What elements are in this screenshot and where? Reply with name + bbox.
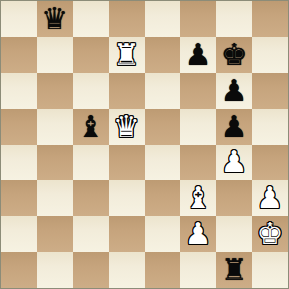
- square-b5[interactable]: [37, 109, 73, 145]
- piece-white-rook[interactable]: ♜: [113, 37, 140, 73]
- square-d2[interactable]: [109, 216, 145, 252]
- square-b4[interactable]: [37, 145, 73, 181]
- square-f6[interactable]: [180, 73, 216, 109]
- square-a4[interactable]: [1, 145, 37, 181]
- piece-white-pawn[interactable]: ♟: [257, 180, 284, 216]
- square-b6[interactable]: [37, 73, 73, 109]
- square-d1[interactable]: [109, 252, 145, 288]
- piece-white-pawn[interactable]: ♟: [221, 145, 248, 181]
- square-e6[interactable]: [145, 73, 181, 109]
- square-f8[interactable]: [180, 1, 216, 37]
- square-f5[interactable]: [180, 109, 216, 145]
- piece-white-king[interactable]: ♚: [257, 216, 284, 252]
- piece-black-pawn[interactable]: ♟: [221, 73, 248, 109]
- square-e7[interactable]: [145, 37, 181, 73]
- square-f4[interactable]: [180, 145, 216, 181]
- square-e1[interactable]: [145, 252, 181, 288]
- piece-black-king[interactable]: ♚: [221, 37, 248, 73]
- piece-black-pawn[interactable]: ♟: [185, 37, 212, 73]
- square-c3[interactable]: [73, 180, 109, 216]
- square-g8[interactable]: [216, 1, 252, 37]
- square-c8[interactable]: [73, 1, 109, 37]
- square-a5[interactable]: [1, 109, 37, 145]
- square-d6[interactable]: [109, 73, 145, 109]
- square-c2[interactable]: [73, 216, 109, 252]
- square-g7[interactable]: ♚: [216, 37, 252, 73]
- square-b7[interactable]: [37, 37, 73, 73]
- square-d4[interactable]: [109, 145, 145, 181]
- piece-white-queen[interactable]: ♛: [113, 109, 140, 145]
- piece-white-pawn[interactable]: ♟: [185, 216, 212, 252]
- square-e8[interactable]: [145, 1, 181, 37]
- square-c4[interactable]: [73, 145, 109, 181]
- square-e2[interactable]: [145, 216, 181, 252]
- square-h7[interactable]: [252, 37, 288, 73]
- square-g6[interactable]: ♟: [216, 73, 252, 109]
- square-c5[interactable]: ♝: [73, 109, 109, 145]
- square-a7[interactable]: [1, 37, 37, 73]
- piece-black-queen[interactable]: ♛: [41, 1, 68, 37]
- square-c7[interactable]: [73, 37, 109, 73]
- square-d7[interactable]: ♜: [109, 37, 145, 73]
- square-f2[interactable]: ♟: [180, 216, 216, 252]
- square-b8[interactable]: ♛: [37, 1, 73, 37]
- piece-black-pawn[interactable]: ♟: [221, 109, 248, 145]
- square-h4[interactable]: [252, 145, 288, 181]
- square-h1[interactable]: [252, 252, 288, 288]
- square-d8[interactable]: [109, 1, 145, 37]
- piece-black-bishop[interactable]: ♝: [77, 109, 104, 145]
- square-g5[interactable]: ♟: [216, 109, 252, 145]
- square-d5[interactable]: ♛: [109, 109, 145, 145]
- square-g2[interactable]: [216, 216, 252, 252]
- square-a2[interactable]: [1, 216, 37, 252]
- square-a8[interactable]: [1, 1, 37, 37]
- square-c6[interactable]: [73, 73, 109, 109]
- piece-white-bishop[interactable]: ♝: [185, 180, 212, 216]
- piece-black-rook[interactable]: ♜: [221, 252, 248, 288]
- square-h3[interactable]: ♟: [252, 180, 288, 216]
- square-b1[interactable]: [37, 252, 73, 288]
- square-e5[interactable]: [145, 109, 181, 145]
- square-f3[interactable]: ♝: [180, 180, 216, 216]
- square-a6[interactable]: [1, 73, 37, 109]
- square-f1[interactable]: [180, 252, 216, 288]
- square-e4[interactable]: [145, 145, 181, 181]
- square-f7[interactable]: ♟: [180, 37, 216, 73]
- square-a3[interactable]: [1, 180, 37, 216]
- square-b3[interactable]: [37, 180, 73, 216]
- square-h5[interactable]: [252, 109, 288, 145]
- chess-board: ♛♜♟♚♟♝♛♟♟♝♟♟♚♜: [0, 0, 289, 289]
- square-h2[interactable]: ♚: [252, 216, 288, 252]
- square-h6[interactable]: [252, 73, 288, 109]
- square-g4[interactable]: ♟: [216, 145, 252, 181]
- square-e3[interactable]: [145, 180, 181, 216]
- square-g1[interactable]: ♜: [216, 252, 252, 288]
- square-d3[interactable]: [109, 180, 145, 216]
- square-b2[interactable]: [37, 216, 73, 252]
- square-c1[interactable]: [73, 252, 109, 288]
- square-h8[interactable]: [252, 1, 288, 37]
- square-a1[interactable]: [1, 252, 37, 288]
- square-g3[interactable]: [216, 180, 252, 216]
